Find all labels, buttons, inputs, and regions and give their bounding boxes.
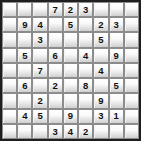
cell-r3c4[interactable]	[49, 33, 62, 46]
cell-r8c2[interactable]: 4	[18, 110, 31, 123]
cell-r9c3[interactable]	[33, 125, 46, 138]
cell-r7c5[interactable]	[64, 94, 77, 107]
cell-r5c4[interactable]	[49, 64, 62, 77]
cell-r8c7[interactable]: 3	[94, 110, 107, 123]
cell-r1c5[interactable]: 2	[64, 3, 77, 16]
cell-r5c6[interactable]	[79, 64, 92, 77]
cell-r2c2[interactable]: 9	[18, 18, 31, 31]
cell-r5c1[interactable]	[3, 64, 16, 77]
cell-r7c8[interactable]	[110, 94, 123, 107]
cell-r3c7[interactable]: 5	[94, 33, 107, 46]
cell-r3c3[interactable]: 3	[33, 33, 46, 46]
cell-r5c5[interactable]	[64, 64, 77, 77]
cell-r4c9[interactable]	[125, 49, 138, 62]
cell-r9c2[interactable]	[18, 125, 31, 138]
cell-r1c8[interactable]	[110, 3, 123, 16]
cell-r1c1[interactable]	[3, 3, 16, 16]
cell-r4c6[interactable]: 4	[79, 49, 92, 62]
sudoku-board: 723945233556497462852945931342	[0, 0, 141, 141]
cell-r4c5[interactable]	[64, 49, 77, 62]
cell-r1c4[interactable]: 7	[49, 3, 62, 16]
cell-r7c3[interactable]: 2	[33, 94, 46, 107]
cell-r3c1[interactable]	[3, 33, 16, 46]
cell-r3c2[interactable]	[18, 33, 31, 46]
cell-r9c5[interactable]: 4	[64, 125, 77, 138]
cell-r7c7[interactable]: 9	[94, 94, 107, 107]
cell-r6c9[interactable]	[125, 79, 138, 92]
cell-r3c9[interactable]	[125, 33, 138, 46]
cell-r9c7[interactable]	[94, 125, 107, 138]
cell-r7c9[interactable]	[125, 94, 138, 107]
cell-r2c9[interactable]	[125, 18, 138, 31]
cell-r1c3[interactable]	[33, 3, 46, 16]
cell-r7c2[interactable]	[18, 94, 31, 107]
cell-r1c2[interactable]	[18, 3, 31, 16]
cell-r2c4[interactable]	[49, 18, 62, 31]
cell-r6c5[interactable]	[64, 79, 77, 92]
cell-r9c6[interactable]: 2	[79, 125, 92, 138]
cell-r7c6[interactable]	[79, 94, 92, 107]
cell-r2c3[interactable]: 4	[33, 18, 46, 31]
cell-r2c5[interactable]: 5	[64, 18, 77, 31]
cell-r8c5[interactable]: 9	[64, 110, 77, 123]
cell-r4c3[interactable]	[33, 49, 46, 62]
cell-r3c6[interactable]	[79, 33, 92, 46]
cell-r4c1[interactable]	[3, 49, 16, 62]
cell-r1c7[interactable]	[94, 3, 107, 16]
cell-r5c7[interactable]: 4	[94, 64, 107, 77]
cell-r2c6[interactable]	[79, 18, 92, 31]
cell-r9c4[interactable]: 3	[49, 125, 62, 138]
cell-r5c9[interactable]	[125, 64, 138, 77]
cell-r6c6[interactable]: 8	[79, 79, 92, 92]
cell-r4c8[interactable]: 9	[110, 49, 123, 62]
cell-r3c5[interactable]	[64, 33, 77, 46]
cell-r8c4[interactable]	[49, 110, 62, 123]
cell-r1c6[interactable]: 3	[79, 3, 92, 16]
cell-r8c1[interactable]	[3, 110, 16, 123]
cell-r4c4[interactable]: 6	[49, 49, 62, 62]
cell-r2c8[interactable]: 3	[110, 18, 123, 31]
cell-r5c2[interactable]	[18, 64, 31, 77]
cell-r6c7[interactable]	[94, 79, 107, 92]
cell-r9c8[interactable]	[110, 125, 123, 138]
cell-r5c3[interactable]: 7	[33, 64, 46, 77]
cell-r5c8[interactable]	[110, 64, 123, 77]
cell-r9c9[interactable]	[125, 125, 138, 138]
cell-r6c2[interactable]: 6	[18, 79, 31, 92]
cell-r6c8[interactable]: 5	[110, 79, 123, 92]
cell-r6c4[interactable]: 2	[49, 79, 62, 92]
cell-r6c3[interactable]	[33, 79, 46, 92]
cell-r2c1[interactable]	[3, 18, 16, 31]
cell-r7c4[interactable]	[49, 94, 62, 107]
cell-r7c1[interactable]	[3, 94, 16, 107]
cell-r2c7[interactable]: 2	[94, 18, 107, 31]
cell-r4c2[interactable]: 5	[18, 49, 31, 62]
cell-r8c3[interactable]: 5	[33, 110, 46, 123]
cell-r9c1[interactable]	[3, 125, 16, 138]
cell-r4c7[interactable]	[94, 49, 107, 62]
cell-r8c9[interactable]	[125, 110, 138, 123]
cell-r6c1[interactable]	[3, 79, 16, 92]
cell-r3c8[interactable]	[110, 33, 123, 46]
cell-r1c9[interactable]	[125, 3, 138, 16]
cell-r8c6[interactable]	[79, 110, 92, 123]
cell-r8c8[interactable]: 1	[110, 110, 123, 123]
